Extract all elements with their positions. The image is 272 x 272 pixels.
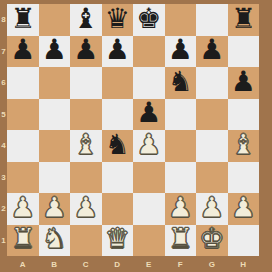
square-a7[interactable]: ♟ xyxy=(7,36,39,68)
square-h2[interactable]: ♟ xyxy=(228,193,260,225)
square-h7[interactable] xyxy=(228,36,260,68)
square-c3[interactable] xyxy=(70,162,102,194)
board-frame: 87654321 ♜♝♛♚♜♟♟♟♟♟♟♞♟♟♝♞♟♝♟♟♟♟♟♟♜♞♛♜♚ A… xyxy=(0,0,272,272)
square-a6[interactable] xyxy=(7,67,39,99)
piece-white-pawn[interactable]: ♟ xyxy=(231,194,256,222)
piece-white-king[interactable]: ♚ xyxy=(199,225,224,253)
piece-white-pawn[interactable]: ♟ xyxy=(136,131,161,159)
file-label-d: D xyxy=(102,256,134,272)
square-c6[interactable] xyxy=(70,67,102,99)
square-d8[interactable]: ♛ xyxy=(102,4,134,36)
square-g2[interactable]: ♟ xyxy=(196,193,228,225)
piece-white-pawn[interactable]: ♟ xyxy=(73,194,98,222)
square-f8[interactable] xyxy=(165,4,197,36)
square-d1[interactable]: ♛ xyxy=(102,225,134,257)
square-g4[interactable] xyxy=(196,130,228,162)
square-c1[interactable] xyxy=(70,225,102,257)
file-label-e: E xyxy=(133,256,165,272)
piece-black-pawn[interactable]: ♟ xyxy=(105,36,130,64)
rank-label-5: 5 xyxy=(0,99,7,131)
square-e5[interactable]: ♟ xyxy=(133,99,165,131)
square-b3[interactable] xyxy=(39,162,71,194)
square-e4[interactable]: ♟ xyxy=(133,130,165,162)
piece-black-pawn[interactable]: ♟ xyxy=(136,99,161,127)
piece-black-knight[interactable]: ♞ xyxy=(168,68,193,96)
piece-white-bishop[interactable]: ♝ xyxy=(73,131,98,159)
square-a8[interactable]: ♜ xyxy=(7,4,39,36)
piece-black-rook[interactable]: ♜ xyxy=(10,5,35,33)
rank-label-3: 3 xyxy=(0,162,7,194)
rank-label-4: 4 xyxy=(0,130,7,162)
piece-black-pawn[interactable]: ♟ xyxy=(231,68,256,96)
square-d2[interactable] xyxy=(102,193,134,225)
square-a3[interactable] xyxy=(7,162,39,194)
square-b6[interactable] xyxy=(39,67,71,99)
square-h8[interactable]: ♜ xyxy=(228,4,260,36)
square-d6[interactable] xyxy=(102,67,134,99)
square-a2[interactable]: ♟ xyxy=(7,193,39,225)
square-h6[interactable]: ♟ xyxy=(228,67,260,99)
square-c8[interactable]: ♝ xyxy=(70,4,102,36)
square-g8[interactable] xyxy=(196,4,228,36)
square-g6[interactable] xyxy=(196,67,228,99)
square-d7[interactable]: ♟ xyxy=(102,36,134,68)
square-c4[interactable]: ♝ xyxy=(70,130,102,162)
square-c5[interactable] xyxy=(70,99,102,131)
piece-black-pawn[interactable]: ♟ xyxy=(73,36,98,64)
square-d5[interactable] xyxy=(102,99,134,131)
piece-white-rook[interactable]: ♜ xyxy=(10,225,35,253)
square-h5[interactable] xyxy=(228,99,260,131)
file-label-f: F xyxy=(165,256,197,272)
piece-black-pawn[interactable]: ♟ xyxy=(10,36,35,64)
rank-label-6: 6 xyxy=(0,67,7,99)
square-b8[interactable] xyxy=(39,4,71,36)
square-e2[interactable] xyxy=(133,193,165,225)
rank-label-2: 2 xyxy=(0,193,7,225)
square-g3[interactable] xyxy=(196,162,228,194)
square-f3[interactable] xyxy=(165,162,197,194)
square-a1[interactable]: ♜ xyxy=(7,225,39,257)
square-f4[interactable] xyxy=(165,130,197,162)
piece-black-knight[interactable]: ♞ xyxy=(105,131,130,159)
square-h1[interactable] xyxy=(228,225,260,257)
square-b7[interactable]: ♟ xyxy=(39,36,71,68)
piece-black-pawn[interactable]: ♟ xyxy=(199,36,224,64)
chess-board[interactable]: ♜♝♛♚♜♟♟♟♟♟♟♞♟♟♝♞♟♝♟♟♟♟♟♟♜♞♛♜♚ xyxy=(7,4,259,256)
file-labels: ABCDEFGH xyxy=(7,256,259,272)
square-a4[interactable] xyxy=(7,130,39,162)
piece-white-pawn[interactable]: ♟ xyxy=(168,194,193,222)
square-e6[interactable] xyxy=(133,67,165,99)
piece-black-king[interactable]: ♚ xyxy=(136,5,161,33)
square-b2[interactable]: ♟ xyxy=(39,193,71,225)
piece-black-pawn[interactable]: ♟ xyxy=(168,36,193,64)
square-g7[interactable]: ♟ xyxy=(196,36,228,68)
piece-white-pawn[interactable]: ♟ xyxy=(10,194,35,222)
square-e8[interactable]: ♚ xyxy=(133,4,165,36)
square-c2[interactable]: ♟ xyxy=(70,193,102,225)
square-d3[interactable] xyxy=(102,162,134,194)
square-b4[interactable] xyxy=(39,130,71,162)
piece-black-queen[interactable]: ♛ xyxy=(105,5,130,33)
square-h4[interactable]: ♝ xyxy=(228,130,260,162)
rank-label-7: 7 xyxy=(0,36,7,68)
square-b5[interactable] xyxy=(39,99,71,131)
square-e1[interactable] xyxy=(133,225,165,257)
square-h3[interactable] xyxy=(228,162,260,194)
square-g5[interactable] xyxy=(196,99,228,131)
piece-white-knight[interactable]: ♞ xyxy=(42,225,67,253)
file-label-b: B xyxy=(39,256,71,272)
square-e7[interactable] xyxy=(133,36,165,68)
piece-white-queen[interactable]: ♛ xyxy=(105,225,130,253)
piece-black-pawn[interactable]: ♟ xyxy=(42,36,67,64)
square-a5[interactable] xyxy=(7,99,39,131)
file-label-g: G xyxy=(196,256,228,272)
square-f2[interactable]: ♟ xyxy=(165,193,197,225)
piece-white-rook[interactable]: ♜ xyxy=(168,225,193,253)
piece-black-rook[interactable]: ♜ xyxy=(231,5,256,33)
file-label-a: A xyxy=(7,256,39,272)
file-label-c: C xyxy=(70,256,102,272)
piece-white-pawn[interactable]: ♟ xyxy=(42,194,67,222)
rank-label-1: 1 xyxy=(0,225,7,257)
piece-white-pawn[interactable]: ♟ xyxy=(199,194,224,222)
rank-labels: 87654321 xyxy=(0,4,7,256)
file-label-h: H xyxy=(228,256,260,272)
square-c7[interactable]: ♟ xyxy=(70,36,102,68)
piece-black-bishop[interactable]: ♝ xyxy=(73,5,98,33)
rank-label-8: 8 xyxy=(0,4,7,36)
square-b1[interactable]: ♞ xyxy=(39,225,71,257)
square-g1[interactable]: ♚ xyxy=(196,225,228,257)
square-f5[interactable] xyxy=(165,99,197,131)
square-f7[interactable]: ♟ xyxy=(165,36,197,68)
square-f6[interactable]: ♞ xyxy=(165,67,197,99)
square-f1[interactable]: ♜ xyxy=(165,225,197,257)
square-d4[interactable]: ♞ xyxy=(102,130,134,162)
piece-white-bishop[interactable]: ♝ xyxy=(231,131,256,159)
square-e3[interactable] xyxy=(133,162,165,194)
